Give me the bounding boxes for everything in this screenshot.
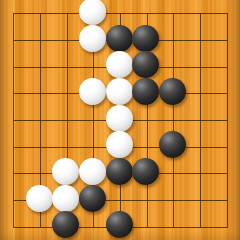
white-stone[interactable] — [79, 0, 106, 25]
white-stone[interactable] — [106, 131, 133, 158]
black-stone[interactable] — [106, 25, 133, 52]
white-stone[interactable] — [106, 105, 133, 132]
white-stone[interactable] — [52, 158, 79, 185]
go-board-screenshot — [0, 0, 240, 240]
black-stone[interactable] — [106, 211, 133, 238]
white-stone[interactable] — [106, 51, 133, 78]
white-stone[interactable] — [106, 78, 133, 105]
black-stone[interactable] — [132, 78, 159, 105]
black-stone[interactable] — [52, 211, 79, 238]
white-stone[interactable] — [79, 25, 106, 52]
white-stone[interactable] — [79, 78, 106, 105]
black-stone[interactable] — [106, 158, 133, 185]
white-stone[interactable] — [26, 185, 53, 212]
black-stone[interactable] — [132, 25, 159, 52]
black-stone[interactable] — [79, 185, 106, 212]
black-stone[interactable] — [132, 158, 159, 185]
grid-line-vertical — [227, 13, 228, 227]
white-stone[interactable] — [52, 185, 79, 212]
black-stone[interactable] — [132, 51, 159, 78]
black-stone[interactable] — [159, 131, 186, 158]
black-stone[interactable] — [159, 78, 186, 105]
white-stone[interactable] — [79, 158, 106, 185]
grid-line-vertical — [173, 13, 174, 227]
grid-line-vertical — [200, 13, 201, 227]
go-board[interactable] — [0, 0, 240, 240]
